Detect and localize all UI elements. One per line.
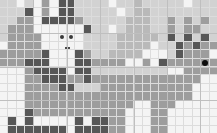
cell-r0-c15 <box>126 0 133 7</box>
cell-r10-c21 <box>176 84 183 91</box>
cell-r15-c25 <box>210 126 217 133</box>
cell-r4-c4 <box>34 34 41 41</box>
cell-r13-c13 <box>109 109 116 116</box>
cell-r9-c2 <box>17 75 24 82</box>
cell-r14-c24 <box>201 117 208 124</box>
cell-r11-c15 <box>126 92 133 99</box>
cell-r0-c23 <box>193 0 200 7</box>
cell-r5-c23 <box>193 42 200 49</box>
cell-r9-c6 <box>50 75 57 82</box>
cell-r3-c3 <box>25 25 32 32</box>
cell-r14-c13 <box>109 117 116 124</box>
cell-r15-c17 <box>143 126 150 133</box>
cell-r6-c1 <box>8 50 15 57</box>
cell-r8-c20 <box>168 67 175 74</box>
cell-r9-c12 <box>101 75 108 82</box>
cell-r12-c12 <box>101 101 108 108</box>
cell-r3-c20 <box>168 25 175 32</box>
cell-r4-c3 <box>25 34 32 41</box>
cell-r10-c14 <box>117 84 124 91</box>
cell-r8-c15 <box>126 67 133 74</box>
cell-r11-c12 <box>101 92 108 99</box>
cell-r7-c18 <box>151 59 158 66</box>
cell-r3-c18 <box>151 25 158 32</box>
cell-r1-c18 <box>151 8 158 15</box>
cell-r10-c0 <box>0 84 7 91</box>
cell-r1-c20 <box>168 8 175 15</box>
cell-r2-c15 <box>126 17 133 24</box>
cell-r4-c9 <box>75 34 82 41</box>
cell-r10-c22 <box>184 84 191 91</box>
cell-r15-c0 <box>0 126 7 133</box>
cell-r13-c19 <box>159 109 166 116</box>
cell-r1-c13 <box>109 8 116 15</box>
cell-r10-c1 <box>8 84 15 91</box>
cell-r9-c25 <box>210 75 217 82</box>
cell-r7-c7 <box>59 59 66 66</box>
cell-r0-c1 <box>8 0 15 7</box>
cell-r4-c22 <box>184 34 191 41</box>
cell-r0-c17 <box>143 0 150 7</box>
cell-r1-c16 <box>134 8 141 15</box>
cell-r14-c8 <box>67 117 74 124</box>
cell-r6-c16 <box>134 50 141 57</box>
cell-r7-c12 <box>101 59 108 66</box>
cell-r0-c13 <box>109 0 116 7</box>
cell-r5-c0 <box>0 42 7 49</box>
cell-r13-c23 <box>193 109 200 116</box>
pixel-grid <box>0 0 217 133</box>
cell-r14-c14 <box>117 117 124 124</box>
cell-r0-c12 <box>101 0 108 7</box>
cell-r9-c17 <box>143 75 150 82</box>
cell-r4-c0 <box>0 34 7 41</box>
cell-r7-c0 <box>0 59 7 66</box>
cell-r8-c17 <box>143 67 150 74</box>
cell-r10-c7 <box>59 84 66 91</box>
cell-r3-c22 <box>184 25 191 32</box>
cell-r10-c4 <box>34 84 41 91</box>
cell-r14-c2 <box>17 117 24 124</box>
cell-r9-c4 <box>34 75 41 82</box>
cell-r8-c10 <box>84 67 91 74</box>
cell-r8-c22 <box>184 67 191 74</box>
cell-r1-c19 <box>159 8 166 15</box>
cell-r7-c23 <box>193 59 200 66</box>
cell-r3-c16 <box>134 25 141 32</box>
cell-r3-c23 <box>193 25 200 32</box>
cell-r5-c11 <box>92 42 99 49</box>
cell-r5-c2 <box>17 42 24 49</box>
cell-r15-c24 <box>201 126 208 133</box>
cell-r0-c7 <box>59 0 66 7</box>
cell-r9-c22 <box>184 75 191 82</box>
cell-r3-c4 <box>34 25 41 32</box>
cell-r13-c1 <box>8 109 15 116</box>
cell-r14-c22 <box>184 117 191 124</box>
cell-r4-c1 <box>8 34 15 41</box>
cell-r1-c7 <box>59 8 66 15</box>
cell-r1-c0 <box>0 8 7 15</box>
cell-r4-c24 <box>201 34 208 41</box>
cell-r15-c23 <box>193 126 200 133</box>
cell-r4-c14 <box>117 34 124 41</box>
cell-r0-c24 <box>201 0 208 7</box>
cell-r3-c2 <box>17 25 24 32</box>
cell-r10-c24 <box>201 84 208 91</box>
cell-r10-c2 <box>17 84 24 91</box>
cell-r4-c8 <box>67 34 74 41</box>
cell-r0-c19 <box>159 0 166 7</box>
cell-r8-c0 <box>0 67 7 74</box>
cell-r14-c17 <box>143 117 150 124</box>
cell-r2-c7 <box>59 17 66 24</box>
cell-r14-c25 <box>210 117 217 124</box>
cell-r6-c6 <box>50 50 57 57</box>
cell-r6-c5 <box>42 50 49 57</box>
cell-r13-c24 <box>201 109 208 116</box>
cell-r12-c0 <box>0 101 7 108</box>
cell-r3-c14 <box>117 25 124 32</box>
cell-r3-c5 <box>42 25 49 32</box>
cell-r5-c4 <box>34 42 41 49</box>
cell-r7-c4 <box>34 59 41 66</box>
cell-r6-c14 <box>117 50 124 57</box>
cell-r6-c9 <box>75 50 82 57</box>
cell-r1-c23 <box>193 8 200 15</box>
santa-mouth-dash <box>65 47 70 49</box>
cell-r14-c9 <box>75 117 82 124</box>
cell-r15-c15 <box>126 126 133 133</box>
cell-r8-c11 <box>92 67 99 74</box>
cell-r10-c20 <box>168 84 175 91</box>
cell-r1-c22 <box>184 8 191 15</box>
cell-r3-c13 <box>109 25 116 32</box>
cell-r8-c5 <box>42 67 49 74</box>
cell-r8-c14 <box>117 67 124 74</box>
cell-r14-c3 <box>25 117 32 124</box>
cell-r6-c19 <box>159 50 166 57</box>
cell-r8-c2 <box>17 67 24 74</box>
cell-r11-c2 <box>17 92 24 99</box>
cell-r4-c15 <box>126 34 133 41</box>
cell-r1-c14 <box>117 8 124 15</box>
cell-r15-c3 <box>25 126 32 133</box>
cell-r10-c12 <box>101 84 108 91</box>
cell-r5-c22 <box>184 42 191 49</box>
cell-r11-c25 <box>210 92 217 99</box>
cell-r12-c17 <box>143 101 150 108</box>
cell-r2-c17 <box>143 17 150 24</box>
cell-r15-c4 <box>34 126 41 133</box>
cell-r9-c23 <box>193 75 200 82</box>
cell-r7-c19 <box>159 59 166 66</box>
cell-r4-c18 <box>151 34 158 41</box>
cell-r12-c22 <box>184 101 191 108</box>
cell-r10-c9 <box>75 84 82 91</box>
cell-r12-c14 <box>117 101 124 108</box>
cell-r10-c15 <box>126 84 133 91</box>
cell-r2-c4 <box>34 17 41 24</box>
cell-r2-c24 <box>201 17 208 24</box>
cell-r14-c23 <box>193 117 200 124</box>
cell-r8-c19 <box>159 67 166 74</box>
cell-r14-c19 <box>159 117 166 124</box>
cell-r12-c15 <box>126 101 133 108</box>
cell-r14-c11 <box>92 117 99 124</box>
cell-r1-c17 <box>143 8 150 15</box>
cell-r4-c11 <box>92 34 99 41</box>
cell-r1-c9 <box>75 8 82 15</box>
cell-r0-c5 <box>42 0 49 7</box>
cell-r12-c21 <box>176 101 183 108</box>
cell-r12-c19 <box>159 101 166 108</box>
cell-r10-c19 <box>159 84 166 91</box>
cell-r14-c12 <box>101 117 108 124</box>
cell-r14-c15 <box>126 117 133 124</box>
cell-r6-c15 <box>126 50 133 57</box>
cell-r8-c23 <box>193 67 200 74</box>
cell-r1-c10 <box>84 8 91 15</box>
cell-r0-c9 <box>75 0 82 7</box>
cell-r7-c17 <box>143 59 150 66</box>
cell-r12-c7 <box>59 101 66 108</box>
cell-r2-c11 <box>92 17 99 24</box>
cell-r9-c24 <box>201 75 208 82</box>
cell-r7-c6 <box>50 59 57 66</box>
cell-r9-c15 <box>126 75 133 82</box>
cell-r15-c18 <box>151 126 158 133</box>
cell-r15-c16 <box>134 126 141 133</box>
cell-r6-c24 <box>201 50 208 57</box>
cell-r6-c23 <box>193 50 200 57</box>
cell-r5-c14 <box>117 42 124 49</box>
cell-r10-c6 <box>50 84 57 91</box>
cell-r12-c6 <box>50 101 57 108</box>
cell-r2-c19 <box>159 17 166 24</box>
cell-r10-c11 <box>92 84 99 91</box>
cell-r11-c22 <box>184 92 191 99</box>
cell-r9-c0 <box>0 75 7 82</box>
cell-r10-c25 <box>210 84 217 91</box>
cell-r5-c13 <box>109 42 116 49</box>
cell-r0-c2 <box>17 0 24 7</box>
cell-r0-c20 <box>168 0 175 7</box>
cell-r0-c0 <box>0 0 7 7</box>
cell-r5-c5 <box>42 42 49 49</box>
cell-r9-c11 <box>92 75 99 82</box>
cell-r15-c8 <box>67 126 74 133</box>
cell-r0-c4 <box>34 0 41 7</box>
cell-r12-c23 <box>193 101 200 108</box>
cell-r8-c24 <box>201 67 208 74</box>
cell-r13-c4 <box>34 109 41 116</box>
cell-r1-c12 <box>101 8 108 15</box>
cell-r13-c22 <box>184 109 191 116</box>
cell-r13-c8 <box>67 109 74 116</box>
cell-r4-c5 <box>42 34 49 41</box>
cell-r13-c14 <box>117 109 124 116</box>
cell-r11-c24 <box>201 92 208 99</box>
cell-r13-c20 <box>168 109 175 116</box>
cell-r9-c10 <box>84 75 91 82</box>
cell-r9-c1 <box>8 75 15 82</box>
cell-r5-c12 <box>101 42 108 49</box>
cell-r6-c17 <box>143 50 150 57</box>
cell-r8-c18 <box>151 67 158 74</box>
cell-r15-c21 <box>176 126 183 133</box>
cell-r2-c13 <box>109 17 116 24</box>
cell-r12-c9 <box>75 101 82 108</box>
cell-r7-c20 <box>168 59 175 66</box>
cell-r6-c3 <box>25 50 32 57</box>
cell-r11-c1 <box>8 92 15 99</box>
cell-r0-c14 <box>117 0 124 7</box>
cell-r4-c12 <box>101 34 108 41</box>
cell-r13-c9 <box>75 109 82 116</box>
cell-r2-c22 <box>184 17 191 24</box>
cell-r10-c16 <box>134 84 141 91</box>
cell-r5-c20 <box>168 42 175 49</box>
cell-r5-c18 <box>151 42 158 49</box>
cell-r12-c4 <box>34 101 41 108</box>
cell-r2-c20 <box>168 17 175 24</box>
cell-r6-c25 <box>210 50 217 57</box>
santa-eye-dot <box>69 35 73 39</box>
cell-r2-c5 <box>42 17 49 24</box>
cell-r4-c6 <box>50 34 57 41</box>
cell-r11-c19 <box>159 92 166 99</box>
cell-r0-c18 <box>151 0 158 7</box>
cell-r12-c2 <box>17 101 24 108</box>
cell-r12-c10 <box>84 101 91 108</box>
cell-r7-c25 <box>210 59 217 66</box>
cell-r0-c8 <box>67 0 74 7</box>
cell-r2-c9 <box>75 17 82 24</box>
cell-r3-c7 <box>59 25 66 32</box>
cell-r8-c3 <box>25 67 32 74</box>
cell-r12-c24 <box>201 101 208 108</box>
cell-r9-c14 <box>117 75 124 82</box>
cell-r11-c18 <box>151 92 158 99</box>
cell-r15-c11 <box>92 126 99 133</box>
cell-r13-c5 <box>42 109 49 116</box>
cell-r7-c22 <box>184 59 191 66</box>
cell-r11-c16 <box>134 92 141 99</box>
cell-r4-c10 <box>84 34 91 41</box>
cell-r9-c7 <box>59 75 66 82</box>
cell-r11-c14 <box>117 92 124 99</box>
cell-r7-c9 <box>75 59 82 66</box>
cell-r6-c11 <box>92 50 99 57</box>
cell-r13-c7 <box>59 109 66 116</box>
cell-r4-c23 <box>193 34 200 41</box>
cell-r6-c0 <box>0 50 7 57</box>
cell-r2-c3 <box>25 17 32 24</box>
cell-r2-c0 <box>0 17 7 24</box>
cell-r12-c25 <box>210 101 217 108</box>
cell-r11-c0 <box>0 92 7 99</box>
cell-r9-c18 <box>151 75 158 82</box>
cell-r14-c6 <box>50 117 57 124</box>
cell-r8-c8 <box>67 67 74 74</box>
cell-r2-c16 <box>134 17 141 24</box>
cell-r9-c5 <box>42 75 49 82</box>
cell-r1-c6 <box>50 8 57 15</box>
cell-r10-c23 <box>193 84 200 91</box>
cell-r7-c10 <box>84 59 91 66</box>
cell-r8-c6 <box>50 67 57 74</box>
cell-r11-c5 <box>42 92 49 99</box>
cell-r8-c25 <box>210 67 217 74</box>
cell-r6-c8 <box>67 50 74 57</box>
cell-r0-c10 <box>84 0 91 7</box>
cell-r5-c6 <box>50 42 57 49</box>
cell-r4-c19 <box>159 34 166 41</box>
cell-r3-c25 <box>210 25 217 32</box>
cell-r0-c22 <box>184 0 191 7</box>
cell-r2-c2 <box>17 17 24 24</box>
cell-r12-c20 <box>168 101 175 108</box>
cell-r1-c8 <box>67 8 74 15</box>
cell-r2-c14 <box>117 17 124 24</box>
cell-r11-c17 <box>143 92 150 99</box>
cell-r4-c21 <box>176 34 183 41</box>
cell-r15-c2 <box>17 126 24 133</box>
cell-r13-c11 <box>92 109 99 116</box>
cell-r8-c1 <box>8 67 15 74</box>
cell-r15-c6 <box>50 126 57 133</box>
cell-r7-c24 <box>201 59 208 66</box>
cell-r4-c25 <box>210 34 217 41</box>
cell-r3-c9 <box>75 25 82 32</box>
cell-r14-c7 <box>59 117 66 124</box>
cell-r4-c17 <box>143 34 150 41</box>
cell-r13-c16 <box>134 109 141 116</box>
pixel-art-board <box>0 0 217 133</box>
cell-r5-c3 <box>25 42 32 49</box>
cell-r2-c6 <box>50 17 57 24</box>
cell-r12-c1 <box>8 101 15 108</box>
cell-r11-c13 <box>109 92 116 99</box>
cell-r7-c1 <box>8 59 15 66</box>
cell-r8-c7 <box>59 67 66 74</box>
cell-r6-c22 <box>184 50 191 57</box>
cell-r10-c17 <box>143 84 150 91</box>
cell-r3-c17 <box>143 25 150 32</box>
cell-r1-c5 <box>42 8 49 15</box>
cell-r11-c23 <box>193 92 200 99</box>
cell-r14-c20 <box>168 117 175 124</box>
cell-r9-c9 <box>75 75 82 82</box>
cell-r12-c18 <box>151 101 158 108</box>
cell-r6-c7 <box>59 50 66 57</box>
cell-r1-c2 <box>17 8 24 15</box>
cell-r15-c5 <box>42 126 49 133</box>
cell-r1-c25 <box>210 8 217 15</box>
cell-r7-c3 <box>25 59 32 66</box>
cell-r3-c6 <box>50 25 57 32</box>
cell-r11-c3 <box>25 92 32 99</box>
cell-r11-c11 <box>92 92 99 99</box>
cell-r4-c13 <box>109 34 116 41</box>
cell-r2-c18 <box>151 17 158 24</box>
cell-r0-c16 <box>134 0 141 7</box>
cell-r11-c8 <box>67 92 74 99</box>
cell-r13-c17 <box>143 109 150 116</box>
cell-r5-c9 <box>75 42 82 49</box>
cell-r9-c3 <box>25 75 32 82</box>
